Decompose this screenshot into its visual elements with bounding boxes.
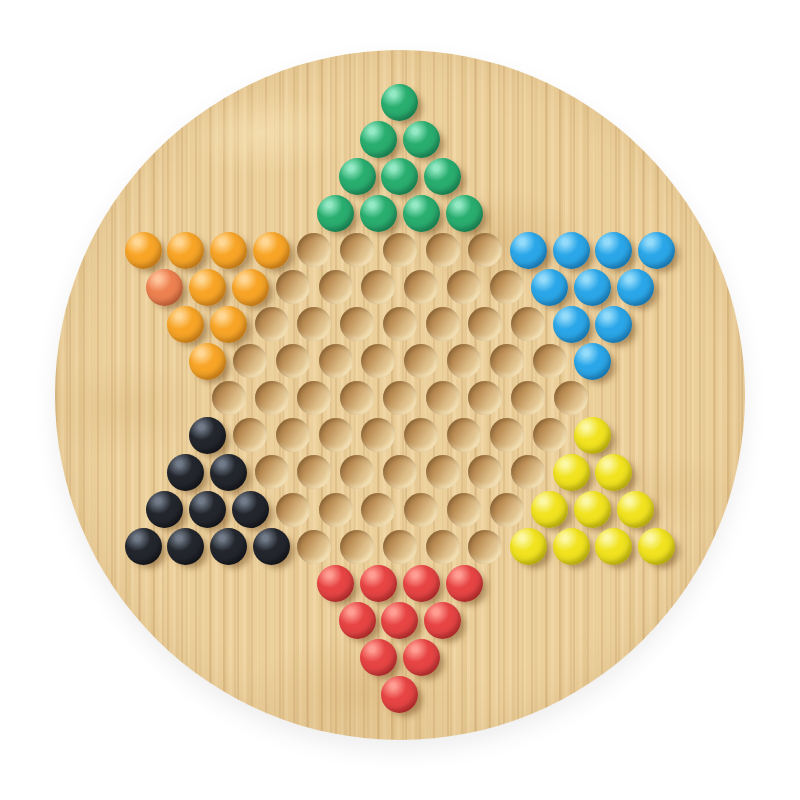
board-cell	[143, 491, 186, 528]
marble-black[interactable]	[210, 528, 247, 565]
marble-yellow[interactable]	[638, 528, 675, 565]
marble-green[interactable]	[360, 195, 397, 232]
board-cell	[485, 343, 528, 380]
marble-yellow[interactable]	[574, 417, 611, 454]
board-cell	[592, 528, 635, 565]
board-cell	[464, 232, 507, 269]
board-cell	[507, 232, 550, 269]
board-cell	[550, 528, 593, 565]
marble-black[interactable]	[167, 528, 204, 565]
board-cell	[614, 269, 657, 306]
board-cell	[336, 232, 379, 269]
hole[interactable]	[276, 418, 310, 452]
board-cell	[272, 491, 315, 528]
marble-orange[interactable]	[210, 232, 247, 269]
board-cell	[357, 639, 400, 676]
hole[interactable]	[233, 344, 267, 378]
board-cell	[293, 454, 336, 491]
hole[interactable]	[447, 418, 481, 452]
hole[interactable]	[383, 530, 417, 564]
hole[interactable]	[468, 455, 502, 489]
board-cell	[507, 454, 550, 491]
board-cell	[507, 306, 550, 343]
board-cell	[592, 232, 635, 269]
board-cell	[421, 602, 464, 639]
marble-orange[interactable]	[146, 269, 183, 306]
marble-yellow[interactable]	[617, 491, 654, 528]
hole[interactable]	[297, 381, 331, 415]
photo-backdrop	[0, 0, 800, 800]
board-cell	[378, 158, 421, 195]
board-cell	[186, 417, 229, 454]
hole[interactable]	[297, 530, 331, 564]
hole[interactable]	[511, 307, 545, 341]
hole[interactable]	[533, 344, 567, 378]
board-cell	[336, 380, 379, 417]
board-cell	[314, 417, 357, 454]
hole[interactable]	[426, 307, 460, 341]
hole[interactable]	[468, 307, 502, 341]
board-cell	[378, 232, 421, 269]
board-cell	[421, 454, 464, 491]
board-cell	[186, 269, 229, 306]
board-cell	[443, 565, 486, 602]
marble-green[interactable]	[339, 158, 376, 195]
marble-black[interactable]	[232, 491, 269, 528]
marble-green[interactable]	[317, 195, 354, 232]
board-cell	[635, 528, 678, 565]
board-cell	[507, 380, 550, 417]
marble-blue[interactable]	[574, 343, 611, 380]
board-cell	[336, 602, 379, 639]
marble-black[interactable]	[146, 491, 183, 528]
board-cell	[229, 269, 272, 306]
marble-green[interactable]	[360, 121, 397, 158]
hole[interactable]	[426, 381, 460, 415]
hole[interactable]	[361, 270, 395, 304]
hole[interactable]	[255, 381, 289, 415]
board-cell	[357, 565, 400, 602]
marble-orange[interactable]	[232, 269, 269, 306]
board-cell	[507, 528, 550, 565]
marble-black[interactable]	[125, 528, 162, 565]
marble-blue[interactable]	[531, 269, 568, 306]
board-cell	[357, 269, 400, 306]
marble-blue[interactable]	[595, 232, 632, 269]
hole[interactable]	[340, 381, 374, 415]
board-cell	[314, 491, 357, 528]
board-cell	[378, 380, 421, 417]
board-cell	[528, 417, 571, 454]
marble-green[interactable]	[424, 158, 461, 195]
marble-yellow[interactable]	[595, 528, 632, 565]
board-cell	[485, 417, 528, 454]
board-cell	[421, 306, 464, 343]
hole[interactable]	[383, 455, 417, 489]
board-cell	[378, 84, 421, 121]
board-cell	[421, 232, 464, 269]
marble-red[interactable]	[446, 565, 483, 602]
hole[interactable]	[383, 381, 417, 415]
marble-green[interactable]	[381, 158, 418, 195]
marble-red[interactable]	[360, 565, 397, 602]
board-cell	[186, 343, 229, 380]
board-cell	[485, 269, 528, 306]
board-cell	[314, 343, 357, 380]
hole[interactable]	[361, 493, 395, 527]
board-cell	[528, 269, 571, 306]
board-cell	[336, 528, 379, 565]
board-cell	[165, 454, 208, 491]
hole[interactable]	[255, 455, 289, 489]
hole[interactable]	[490, 344, 524, 378]
hole[interactable]	[340, 307, 374, 341]
hole[interactable]	[447, 493, 481, 527]
marble-green[interactable]	[381, 84, 418, 121]
board-cell	[400, 121, 443, 158]
board-cell	[250, 454, 293, 491]
hole[interactable]	[233, 418, 267, 452]
marble-yellow[interactable]	[574, 491, 611, 528]
board-cell	[336, 454, 379, 491]
board-cell	[400, 269, 443, 306]
marble-red[interactable]	[424, 602, 461, 639]
hole[interactable]	[426, 530, 460, 564]
board-cell	[464, 528, 507, 565]
marble-yellow[interactable]	[595, 454, 632, 491]
marble-blue[interactable]	[510, 232, 547, 269]
hole[interactable]	[404, 493, 438, 527]
marble-orange[interactable]	[189, 343, 226, 380]
hole[interactable]	[319, 344, 353, 378]
board-cell	[165, 306, 208, 343]
marble-black[interactable]	[189, 491, 226, 528]
marble-green[interactable]	[446, 195, 483, 232]
board-cell	[207, 528, 250, 565]
marble-blue[interactable]	[553, 306, 590, 343]
marble-red[interactable]	[339, 602, 376, 639]
board-cell	[592, 454, 635, 491]
hole[interactable]	[297, 307, 331, 341]
marble-orange[interactable]	[125, 232, 162, 269]
board-cell	[207, 380, 250, 417]
board-cell	[378, 676, 421, 713]
board-cell	[485, 491, 528, 528]
hole[interactable]	[511, 381, 545, 415]
board-cell	[443, 491, 486, 528]
hole[interactable]	[404, 418, 438, 452]
hole[interactable]	[361, 418, 395, 452]
board-cell	[165, 232, 208, 269]
board-cell	[550, 306, 593, 343]
board-grid	[122, 84, 678, 714]
hole[interactable]	[297, 233, 331, 267]
board-cell	[571, 269, 614, 306]
marble-blue[interactable]	[595, 306, 632, 343]
board-cell	[293, 306, 336, 343]
board-cell	[357, 195, 400, 232]
board-cell	[357, 417, 400, 454]
marble-orange[interactable]	[167, 232, 204, 269]
board-cell	[635, 232, 678, 269]
hole[interactable]	[276, 270, 310, 304]
marble-blue[interactable]	[574, 269, 611, 306]
board-cell	[272, 343, 315, 380]
marble-black[interactable]	[189, 417, 226, 454]
board-cell	[378, 528, 421, 565]
board-cell	[250, 232, 293, 269]
board-cell	[272, 417, 315, 454]
marble-black[interactable]	[210, 454, 247, 491]
board-cell	[250, 306, 293, 343]
chinese-checkers-board	[55, 50, 745, 740]
marble-blue[interactable]	[553, 232, 590, 269]
marble-black[interactable]	[253, 528, 290, 565]
marble-red[interactable]	[381, 602, 418, 639]
hole[interactable]	[490, 493, 524, 527]
board-cell	[229, 417, 272, 454]
marble-orange[interactable]	[210, 306, 247, 343]
board-cell	[614, 491, 657, 528]
board-cell	[550, 454, 593, 491]
hole[interactable]	[404, 270, 438, 304]
board-cell	[528, 343, 571, 380]
board-cell	[122, 528, 165, 565]
board-cell	[400, 565, 443, 602]
board-cell	[293, 232, 336, 269]
board-cell	[378, 306, 421, 343]
hole[interactable]	[255, 307, 289, 341]
board-cell	[400, 343, 443, 380]
board-cell	[314, 565, 357, 602]
board-cell	[592, 306, 635, 343]
board-cell	[250, 380, 293, 417]
hole[interactable]	[340, 233, 374, 267]
board-cell	[272, 269, 315, 306]
hole[interactable]	[383, 307, 417, 341]
marble-blue[interactable]	[638, 232, 675, 269]
marble-green[interactable]	[403, 195, 440, 232]
marble-yellow[interactable]	[553, 454, 590, 491]
hole[interactable]	[404, 344, 438, 378]
hole[interactable]	[490, 418, 524, 452]
board-cell	[314, 269, 357, 306]
board-cell	[357, 121, 400, 158]
hole[interactable]	[276, 344, 310, 378]
marble-red[interactable]	[360, 639, 397, 676]
marble-green[interactable]	[403, 121, 440, 158]
board-cell	[443, 343, 486, 380]
hole[interactable]	[468, 530, 502, 564]
hole[interactable]	[447, 270, 481, 304]
board-cell	[250, 528, 293, 565]
marble-yellow[interactable]	[553, 528, 590, 565]
hole[interactable]	[340, 530, 374, 564]
board-cell	[443, 195, 486, 232]
board-cell	[571, 343, 614, 380]
hole[interactable]	[383, 233, 417, 267]
board-cell	[528, 491, 571, 528]
hole[interactable]	[426, 455, 460, 489]
marble-red[interactable]	[317, 565, 354, 602]
hole[interactable]	[319, 270, 353, 304]
board-cell	[143, 269, 186, 306]
board-cell	[550, 232, 593, 269]
marble-red[interactable]	[403, 565, 440, 602]
hole[interactable]	[319, 493, 353, 527]
marble-yellow[interactable]	[531, 491, 568, 528]
board-cell	[165, 528, 208, 565]
marble-orange[interactable]	[253, 232, 290, 269]
marble-red[interactable]	[403, 639, 440, 676]
hole[interactable]	[212, 381, 246, 415]
hole[interactable]	[426, 233, 460, 267]
board-cell	[443, 417, 486, 454]
hole[interactable]	[511, 455, 545, 489]
board-cell	[293, 528, 336, 565]
board-cell	[314, 195, 357, 232]
hole[interactable]	[447, 344, 481, 378]
board-cell	[421, 380, 464, 417]
hole[interactable]	[468, 381, 502, 415]
hole[interactable]	[361, 344, 395, 378]
board-cell	[464, 306, 507, 343]
marble-red[interactable]	[381, 676, 418, 713]
marble-blue[interactable]	[617, 269, 654, 306]
board-cell	[378, 454, 421, 491]
board-cell	[207, 454, 250, 491]
board-cell	[571, 417, 614, 454]
board-cell	[378, 602, 421, 639]
board-cell	[550, 380, 593, 417]
board-cell	[207, 232, 250, 269]
marble-orange[interactable]	[167, 306, 204, 343]
board-cell	[207, 306, 250, 343]
board-cell	[186, 491, 229, 528]
board-cell	[421, 158, 464, 195]
board-cell	[357, 491, 400, 528]
board-cell	[400, 195, 443, 232]
board-cell	[400, 639, 443, 676]
board-cell	[571, 491, 614, 528]
marble-black[interactable]	[167, 454, 204, 491]
hole[interactable]	[319, 418, 353, 452]
board-cell	[400, 417, 443, 454]
board-cell	[464, 380, 507, 417]
board-cell	[357, 343, 400, 380]
board-cell	[421, 528, 464, 565]
board-cell	[400, 491, 443, 528]
hole[interactable]	[276, 493, 310, 527]
board-cell	[336, 158, 379, 195]
board-cell	[122, 232, 165, 269]
board-cell	[293, 380, 336, 417]
hole[interactable]	[533, 418, 567, 452]
board-cell	[229, 491, 272, 528]
hole[interactable]	[490, 270, 524, 304]
hole[interactable]	[468, 233, 502, 267]
hole[interactable]	[554, 381, 588, 415]
board-cell	[229, 343, 272, 380]
marble-yellow[interactable]	[510, 528, 547, 565]
board-cell	[336, 306, 379, 343]
board-cell	[464, 454, 507, 491]
board-cell	[443, 269, 486, 306]
hole[interactable]	[340, 455, 374, 489]
hole[interactable]	[297, 455, 331, 489]
marble-orange[interactable]	[189, 269, 226, 306]
